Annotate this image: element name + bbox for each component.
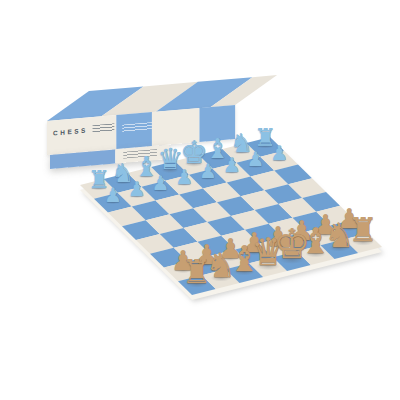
box-front-square-dark — [116, 112, 152, 149]
box-title: CHESS — [53, 127, 88, 137]
box-base-fineprint — [123, 149, 157, 159]
product-photo: CHESS ♜♞♝♛♚♝♞♜♟♟♟♟♟♟♟♟♟♟♟♟♟♟♟♟♜♞♝♛♚♝♞♜ — [0, 0, 400, 400]
box-front-square-dark — [199, 105, 235, 142]
box-fineprint-text-light — [122, 122, 152, 133]
box-fineprint-text — [93, 123, 115, 133]
box-front-square-light — [152, 108, 200, 146]
box-front-square-light: CHESS — [47, 115, 116, 155]
